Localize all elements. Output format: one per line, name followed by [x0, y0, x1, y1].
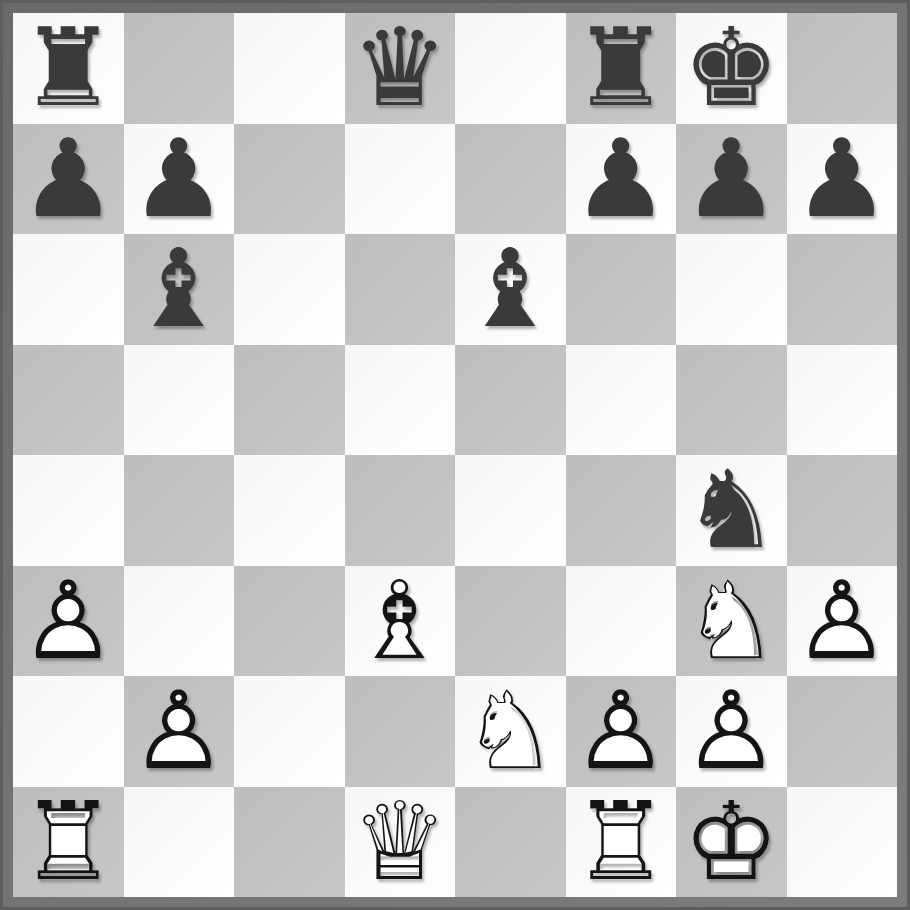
square-g4[interactable]: ♞: [676, 455, 787, 566]
black-pawn[interactable]: ♟: [787, 124, 897, 234]
square-h8[interactable]: [787, 13, 898, 124]
square-h4[interactable]: [787, 455, 898, 566]
square-e5[interactable]: [455, 345, 566, 456]
square-f5[interactable]: [566, 345, 677, 456]
square-d2[interactable]: [345, 676, 456, 787]
white-knight[interactable]: ♞♘: [455, 676, 565, 786]
square-f8[interactable]: ♜: [566, 13, 677, 124]
square-b6[interactable]: ♝: [124, 234, 235, 345]
black-queen[interactable]: ♛: [345, 13, 455, 123]
square-e4[interactable]: [455, 455, 566, 566]
square-g2[interactable]: ♟♙: [676, 676, 787, 787]
square-h3[interactable]: ♟♙: [787, 566, 898, 677]
black-knight-glyph: ♞: [676, 455, 786, 565]
board-frame: ♜♛♜♚♟♟♟♟♟♝♝♞♟♙♝♗♞♘♟♙♟♙♞♘♟♙♟♙♜♖♛♕♜♖♚♔: [0, 0, 910, 910]
square-h7[interactable]: ♟: [787, 124, 898, 235]
square-b1[interactable]: [124, 787, 235, 898]
square-a4[interactable]: [13, 455, 124, 566]
square-b2[interactable]: ♟♙: [124, 676, 235, 787]
square-a5[interactable]: [13, 345, 124, 456]
square-b3[interactable]: [124, 566, 235, 677]
square-c1[interactable]: [234, 787, 345, 898]
black-bishop[interactable]: ♝: [124, 234, 234, 344]
square-g5[interactable]: [676, 345, 787, 456]
square-e3[interactable]: [455, 566, 566, 677]
white-pawn[interactable]: ♟♙: [124, 676, 234, 786]
square-d7[interactable]: [345, 124, 456, 235]
white-king[interactable]: ♚♔: [676, 787, 786, 897]
black-rook[interactable]: ♜: [566, 13, 676, 123]
square-e1[interactable]: [455, 787, 566, 898]
white-pawn[interactable]: ♟♙: [787, 566, 897, 676]
square-g8[interactable]: ♚: [676, 13, 787, 124]
black-pawn-glyph: ♟: [676, 124, 786, 234]
square-e8[interactable]: [455, 13, 566, 124]
white-bishop[interactable]: ♝♗: [345, 566, 455, 676]
black-rook-glyph: ♜: [13, 13, 123, 123]
square-a1[interactable]: ♜♖: [13, 787, 124, 898]
square-h1[interactable]: [787, 787, 898, 898]
square-e2[interactable]: ♞♘: [455, 676, 566, 787]
square-c7[interactable]: [234, 124, 345, 235]
square-b8[interactable]: [124, 13, 235, 124]
black-king[interactable]: ♚: [676, 13, 786, 123]
white-rook-glyph: ♖: [13, 787, 123, 897]
square-g7[interactable]: ♟: [676, 124, 787, 235]
black-pawn[interactable]: ♟: [13, 124, 123, 234]
white-pawn[interactable]: ♟♙: [13, 566, 123, 676]
white-pawn[interactable]: ♟♙: [566, 676, 676, 786]
square-c2[interactable]: [234, 676, 345, 787]
square-h5[interactable]: [787, 345, 898, 456]
square-c6[interactable]: [234, 234, 345, 345]
black-knight[interactable]: ♞: [676, 455, 786, 565]
white-pawn-glyph: ♙: [124, 676, 234, 786]
white-queen-glyph: ♕: [345, 787, 455, 897]
square-d5[interactable]: [345, 345, 456, 456]
square-c3[interactable]: [234, 566, 345, 677]
square-a8[interactable]: ♜: [13, 13, 124, 124]
square-c4[interactable]: [234, 455, 345, 566]
square-f6[interactable]: [566, 234, 677, 345]
white-rook-glyph: ♖: [566, 787, 676, 897]
white-knight-glyph: ♘: [676, 566, 786, 676]
square-d6[interactable]: [345, 234, 456, 345]
square-b4[interactable]: [124, 455, 235, 566]
square-a7[interactable]: ♟: [13, 124, 124, 235]
white-king-glyph: ♔: [676, 787, 786, 897]
square-f2[interactable]: ♟♙: [566, 676, 677, 787]
square-a3[interactable]: ♟♙: [13, 566, 124, 677]
black-pawn[interactable]: ♟: [676, 124, 786, 234]
square-b7[interactable]: ♟: [124, 124, 235, 235]
white-queen[interactable]: ♛♕: [345, 787, 455, 897]
square-d3[interactable]: ♝♗: [345, 566, 456, 677]
white-knight-glyph: ♘: [455, 676, 565, 786]
square-f4[interactable]: [566, 455, 677, 566]
white-pawn-glyph: ♙: [676, 676, 786, 786]
black-pawn-glyph: ♟: [787, 124, 897, 234]
square-h6[interactable]: [787, 234, 898, 345]
black-bishop-glyph: ♝: [455, 234, 565, 344]
square-c5[interactable]: [234, 345, 345, 456]
black-queen-glyph: ♛: [345, 13, 455, 123]
square-c8[interactable]: [234, 13, 345, 124]
square-h2[interactable]: [787, 676, 898, 787]
black-pawn[interactable]: ♟: [566, 124, 676, 234]
white-pawn-glyph: ♙: [566, 676, 676, 786]
white-pawn-glyph: ♙: [787, 566, 897, 676]
black-pawn-glyph: ♟: [566, 124, 676, 234]
square-f3[interactable]: [566, 566, 677, 677]
square-d1[interactable]: ♛♕: [345, 787, 456, 898]
white-rook[interactable]: ♜♖: [566, 787, 676, 897]
black-king-glyph: ♚: [676, 13, 786, 123]
white-rook[interactable]: ♜♖: [13, 787, 123, 897]
white-pawn-glyph: ♙: [13, 566, 123, 676]
square-f7[interactable]: ♟: [566, 124, 677, 235]
black-pawn-glyph: ♟: [13, 124, 123, 234]
white-knight[interactable]: ♞♘: [676, 566, 786, 676]
black-bishop[interactable]: ♝: [455, 234, 565, 344]
black-pawn-glyph: ♟: [124, 124, 234, 234]
square-d8[interactable]: ♛: [345, 13, 456, 124]
white-pawn[interactable]: ♟♙: [676, 676, 786, 786]
square-b5[interactable]: [124, 345, 235, 456]
black-bishop-glyph: ♝: [124, 234, 234, 344]
square-f1[interactable]: ♜♖: [566, 787, 677, 898]
black-rook-glyph: ♜: [566, 13, 676, 123]
square-g6[interactable]: [676, 234, 787, 345]
square-a6[interactable]: [13, 234, 124, 345]
square-d4[interactable]: [345, 455, 456, 566]
chess-board: ♜♛♜♚♟♟♟♟♟♝♝♞♟♙♝♗♞♘♟♙♟♙♞♘♟♙♟♙♜♖♛♕♜♖♚♔: [13, 13, 897, 897]
black-pawn[interactable]: ♟: [124, 124, 234, 234]
black-rook[interactable]: ♜: [13, 13, 123, 123]
square-e7[interactable]: [455, 124, 566, 235]
white-bishop-glyph: ♗: [345, 566, 455, 676]
square-a2[interactable]: [13, 676, 124, 787]
square-e6[interactable]: ♝: [455, 234, 566, 345]
square-g1[interactable]: ♚♔: [676, 787, 787, 898]
square-g3[interactable]: ♞♘: [676, 566, 787, 677]
